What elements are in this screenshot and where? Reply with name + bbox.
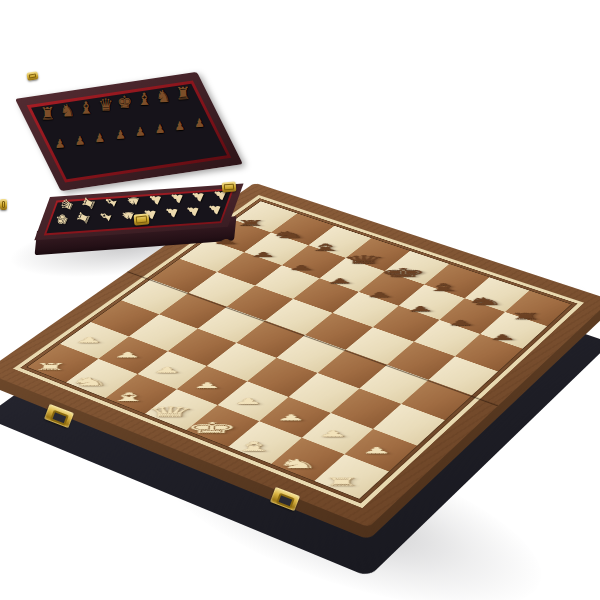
square-g1[interactable]: ♞: [271, 433, 351, 482]
piece-black-knight[interactable]: ♞: [464, 296, 504, 305]
square-h4[interactable]: [404, 380, 473, 419]
piece-black-king[interactable]: ♚: [379, 267, 427, 278]
square-h3[interactable]: [378, 403, 448, 443]
piece-white-knight[interactable]: ♞: [275, 458, 320, 470]
piece-white-pawn[interactable]: ♟: [191, 382, 222, 390]
piece-black-pawn[interactable]: ♟: [326, 278, 354, 285]
piece-black-queen[interactable]: ♛: [341, 254, 386, 264]
square-g5[interactable]: [387, 343, 454, 380]
piece-white-rook[interactable]: ♜: [32, 363, 69, 372]
square-b1[interactable]: ♞: [65, 354, 142, 398]
square-a1[interactable]: ♜: [26, 340, 103, 383]
piece-white-pawn[interactable]: ♟: [233, 398, 264, 406]
square-e1[interactable]: ♚: [185, 401, 265, 448]
square-h6[interactable]: [454, 337, 520, 373]
piece-white-knight[interactable]: ♞: [68, 376, 112, 387]
piece-white-bishop[interactable]: ♝: [107, 392, 152, 403]
square-b2[interactable]: ♟: [103, 333, 171, 369]
square-c2[interactable]: ♟: [142, 348, 210, 385]
pieces-board-anchor: ♜♞♝♛♚♝♞♜♟♟♟♟♟♟♟♟♟♟♟♟♟♟♟♟♜♞♝♛♚♝♞♜: [0, 183, 600, 527]
pieces-layer: ♜♞♝♛♚♝♞♜♟♟♟♟♟♟♟♟♟♟♟♟♟♟♟♟♜♞♝♛♚♝♞♜: [0, 0, 600, 600]
piece-white-pawn[interactable]: ♟: [74, 337, 104, 344]
piece-white-queen[interactable]: ♛: [144, 406, 196, 419]
piece-black-pawn[interactable]: ♟: [488, 334, 517, 341]
square-e4[interactable]: [278, 335, 346, 372]
piece-white-pawn[interactable]: ♟: [318, 430, 349, 438]
square-d2[interactable]: ♟: [182, 363, 251, 401]
chess-set-product-photo: ♜♞♝♛♚♝♞♜ ♟♟♟♟♟♟♟♟ ♛♜♝♞♟♟♟♟ ♚♜♝♞♟♟♟♟ ♜♞♝♛…: [0, 0, 600, 600]
piece-black-pawn[interactable]: ♟: [287, 264, 315, 270]
square-f2[interactable]: ♟: [265, 394, 335, 433]
square-d3[interactable]: [210, 341, 278, 378]
square-f1[interactable]: ♝: [228, 417, 307, 465]
square-h2[interactable]: ♟: [351, 426, 422, 467]
square-h5[interactable]: [430, 358, 497, 396]
piece-white-king[interactable]: ♚: [184, 421, 239, 435]
piece-black-rook[interactable]: ♜: [235, 219, 267, 226]
square-d1[interactable]: ♛: [144, 385, 222, 431]
square-c1[interactable]: ♝: [104, 369, 182, 414]
square-e3[interactable]: [251, 356, 320, 394]
piece-white-pawn[interactable]: ♟: [112, 351, 142, 358]
piece-black-pawn[interactable]: ♟: [365, 291, 393, 298]
piece-black-knight[interactable]: ♞: [269, 231, 307, 240]
square-f3[interactable]: [293, 372, 362, 410]
square-h1[interactable]: ♜: [315, 450, 395, 500]
square-g2[interactable]: ♟: [307, 410, 377, 450]
square-f4[interactable]: [320, 350, 388, 387]
piece-white-rook[interactable]: ♜: [323, 477, 361, 487]
piece-black-rook[interactable]: ♜: [509, 312, 543, 320]
square-g4[interactable]: [362, 365, 430, 403]
piece-white-pawn[interactable]: ♟: [361, 447, 392, 455]
square-e2[interactable]: ♟: [222, 378, 293, 417]
piece-black-pawn[interactable]: ♟: [249, 251, 277, 257]
piece-white-pawn[interactable]: ♟: [275, 414, 306, 422]
piece-black-bishop[interactable]: ♝: [424, 283, 464, 292]
piece-white-bishop[interactable]: ♝: [232, 440, 277, 452]
piece-black-pawn[interactable]: ♟: [212, 239, 240, 245]
piece-black-pawn[interactable]: ♟: [447, 319, 476, 326]
piece-white-pawn[interactable]: ♟: [151, 366, 181, 373]
piece-black-bishop[interactable]: ♝: [306, 243, 345, 252]
pieces-grid: ♜♞♝♛♚♝♞♜♟♟♟♟♟♟♟♟♟♟♟♟♟♟♟♟♜♞♝♛♚♝♞♜: [26, 201, 572, 500]
square-g3[interactable]: [335, 387, 404, 426]
piece-black-pawn[interactable]: ♟: [406, 305, 434, 312]
